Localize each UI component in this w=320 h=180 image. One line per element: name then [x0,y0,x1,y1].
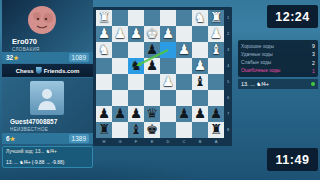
black-piece-♟-h7: ♟ [96,106,112,122]
rank-label-2: 2 [225,26,231,42]
square-c3[interactable]: ♟ [176,42,192,58]
white-player-rating-strip: 32★ 1089 [2,52,93,63]
white-piece-♟-c3: ♟ [176,42,192,58]
logo-text-suffix: Friends.com [44,68,80,74]
white-piece-♟-b4: ♟ [192,58,208,74]
rank-label-4: 4 [225,58,231,74]
white-piece-♚-e2: ♚ [144,26,160,42]
player-card-black: Guest47008857 НЕИЗВЕСТНОЕ 6★ 1389 [2,78,93,144]
square-e4[interactable]: ♟ [144,58,160,74]
white-piece-♜-a1: ♜ [208,10,224,26]
stat-label: Удачные ходы [241,52,273,57]
black-piece-♚-e8: ♚ [144,122,160,138]
white-player-avatar[interactable] [27,5,57,35]
square-b1[interactable]: ♞ [192,10,208,26]
square-e8[interactable]: ♚ [144,122,160,138]
person-silhouette-icon [36,86,58,110]
square-f8[interactable]: ♝ [128,122,144,138]
black-piece-♜-h8: ♜ [96,122,112,138]
file-label-g: g [112,139,128,145]
black-player-country: НЕИЗВЕСТНОЕ [10,127,48,132]
square-g8[interactable] [112,122,128,138]
square-a3[interactable]: ♝ [208,42,224,58]
square-g7[interactable]: ♟ [112,106,128,122]
black-piece-♟-e4: ♟ [144,58,160,74]
square-g4[interactable] [112,58,128,74]
good-move-dot [311,82,315,86]
player-card-white: Ero070 СЛОВАКИЯ 32★ 1089 [2,0,93,63]
square-a7[interactable]: ♟ [208,106,224,122]
stat-label: Слабые ходы [241,60,271,65]
square-d5[interactable]: ♟ [160,74,176,90]
file-label-c: c [176,139,192,145]
white-piece-♞-h3: ♞ [96,42,112,58]
white-player-stars: 32★ [6,54,19,61]
black-piece-♝-f8: ♝ [128,122,144,138]
square-c4[interactable] [176,58,192,74]
file-label-b: b [192,139,208,145]
square-h1[interactable]: ♜ [96,10,112,26]
played-move-eval: 13. ... ♞f4+ (-9.88 → -9.88) [6,160,89,165]
rank-label-6: 6 [225,90,231,106]
square-e5[interactable] [144,74,160,90]
square-c1[interactable] [176,10,192,26]
shield-icon [36,67,42,74]
chess-app: Ero070 СЛОВАКИЯ 32★ 1089 Chess Friends.c… [0,0,320,180]
best-move-label: Лучший ход: 13... ♞f4+ [6,149,89,154]
square-d3[interactable] [160,42,176,58]
square-e6[interactable] [144,90,160,106]
square-h8[interactable]: ♜ [96,122,112,138]
board-frame: ♜♞♜♟♟♟♚♟♟♞♟♟♝♞♟♟♟♝♟♟♟♛♟♟♟♜♝♚♜ 12345678hg… [93,7,232,146]
rank-label-1: 1 [225,10,231,26]
square-f5[interactable] [128,74,144,90]
black-piece-♟-a7: ♟ [208,106,224,122]
stat-row-ok: Удачные ходы3 [241,51,315,57]
square-d1[interactable] [160,10,176,26]
square-d4[interactable] [160,58,176,74]
black-player-avatar[interactable] [30,81,64,115]
black-player-name[interactable]: Guest47008857 [10,118,57,125]
square-a6[interactable] [208,90,224,106]
black-piece-♝-b5: ♝ [192,74,208,90]
square-e1[interactable] [144,10,160,26]
square-f4[interactable]: ♞ [128,58,144,74]
logo-text-prefix: Chess [16,68,34,74]
square-c5[interactable] [176,74,192,90]
square-d6[interactable] [160,90,176,106]
square-h3[interactable]: ♞ [96,42,112,58]
square-b8[interactable] [192,122,208,138]
square-f1[interactable] [128,10,144,26]
file-label-e: e [144,139,160,145]
star-icon: ★ [10,136,15,142]
stat-row-bad: Ошибочные ходы1 [241,68,315,74]
black-piece-♟-f7: ♟ [128,106,144,122]
square-g6[interactable] [112,90,128,106]
square-c7[interactable]: ♟ [176,106,192,122]
black-piece-♟-b7: ♟ [192,106,208,122]
square-e7[interactable]: ♛ [144,106,160,122]
white-piece-♟-a2: ♟ [208,26,224,42]
white-player-rating: 1089 [69,53,89,62]
white-piece-♟-f2: ♟ [128,26,144,42]
white-piece-♝-a3: ♝ [208,42,224,58]
white-player-name[interactable]: Ero070 [12,37,37,46]
stat-label: Ошибочные ходы [241,68,280,73]
square-h5[interactable] [96,74,112,90]
stat-value: 3 [312,51,315,57]
move-list-current[interactable]: 13. ... ♞f4+ [238,79,318,89]
stat-label: Хорошие ходы [241,44,274,49]
file-label-a: a [208,139,224,145]
square-d2[interactable]: ♟ [160,26,176,42]
square-b6[interactable] [192,90,208,106]
square-h4[interactable] [96,58,112,74]
white-piece-♟-h2: ♟ [96,26,112,42]
square-e2[interactable]: ♚ [144,26,160,42]
engine-suggestion-box: Лучший ход: 13... ♞f4+ 13. ... ♞f4+ (-9.… [2,146,93,168]
stat-row-weak: Слабые ходы2 [241,60,315,66]
square-e3[interactable]: ♟ [144,42,160,58]
square-a1[interactable]: ♜ [208,10,224,26]
square-h6[interactable] [96,90,112,106]
square-g1[interactable] [112,10,128,26]
black-piece-♞-f4: ♞ [128,58,144,74]
square-g5[interactable] [112,74,128,90]
white-clock: 12:24 [267,5,318,28]
stat-value: 9 [312,43,315,49]
square-c2[interactable] [176,26,192,42]
square-b2[interactable] [192,26,208,42]
black-player-rating-strip: 6★ 1389 [2,133,93,144]
square-g2[interactable]: ♟ [112,26,128,42]
square-b7[interactable]: ♟ [192,106,208,122]
square-a5[interactable] [208,74,224,90]
white-piece-♟-d2: ♟ [160,26,176,42]
rank-label-8: 8 [225,122,231,138]
file-label-d: d [160,139,176,145]
square-c8[interactable] [176,122,192,138]
white-piece-♟-g2: ♟ [112,26,128,42]
square-h2[interactable]: ♟ [96,26,112,42]
rank-label-3: 3 [225,42,231,58]
square-h7[interactable]: ♟ [96,106,112,122]
square-a2[interactable]: ♟ [208,26,224,42]
square-d7[interactable] [160,106,176,122]
chess-board: ♜♞♜♟♟♟♚♟♟♞♟♟♝♞♟♟♟♝♟♟♟♛♟♟♟♜♝♚♜ [96,10,224,138]
rank-label-5: 5 [225,74,231,90]
stat-value: 2 [312,60,315,66]
square-f2[interactable]: ♟ [128,26,144,42]
square-a4[interactable] [208,58,224,74]
black-piece-♟-g7: ♟ [112,106,128,122]
move-quality-stats: Хорошие ходы9Удачные ходы3Слабые ходы2Ош… [238,40,318,77]
square-a8[interactable]: ♜ [208,122,224,138]
file-label-h: h [96,139,112,145]
white-piece-♟-d5: ♟ [160,74,176,90]
black-piece-♜-a8: ♜ [208,122,224,138]
square-f6[interactable] [128,90,144,106]
black-piece-♟-c7: ♟ [176,106,192,122]
site-logo[interactable]: Chess Friends.com [2,64,93,77]
stat-value: 1 [312,68,315,74]
square-b3[interactable] [192,42,208,58]
square-g3[interactable] [112,42,128,58]
stat-row-good: Хорошие ходы9 [241,43,315,49]
square-f7[interactable]: ♟ [128,106,144,122]
file-label-f: f [128,139,144,145]
white-piece-♞-b1: ♞ [192,10,208,26]
star-icon: ★ [13,55,18,61]
square-d8[interactable] [160,122,176,138]
black-piece-♛-e7: ♛ [144,106,160,122]
rank-label-7: 7 [225,106,231,122]
black-player-stars: 6★ [6,135,15,142]
black-player-rating: 1389 [69,134,89,143]
current-move-text: 13. ... ♞f4+ [241,81,269,87]
square-c6[interactable] [176,90,192,106]
square-b5[interactable]: ♝ [192,74,208,90]
square-b4[interactable]: ♟ [192,58,208,74]
black-piece-♟-e3: ♟ [144,42,160,58]
square-f3[interactable] [128,42,144,58]
black-clock: 11:49 [267,148,318,171]
white-piece-♜-h1: ♜ [96,10,112,26]
